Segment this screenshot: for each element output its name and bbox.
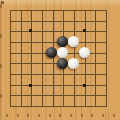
white-stone[interactable] [79, 47, 90, 58]
black-stone[interactable] [46, 47, 57, 58]
star-point [83, 29, 86, 32]
star-point [29, 29, 32, 32]
go-board[interactable] [0, 0, 120, 120]
black-stone[interactable] [57, 36, 68, 47]
star-point [29, 84, 32, 87]
board-corner-notch [1, 1, 4, 4]
white-stone[interactable] [68, 36, 79, 47]
white-stone[interactable] [57, 47, 68, 58]
board-edge-texture-left [0, 4, 2, 112]
board-cells [5, 5, 112, 112]
star-point [83, 84, 86, 87]
board-edge-texture-bottom [6, 114, 118, 117]
white-stone[interactable] [68, 58, 79, 69]
black-stone[interactable] [57, 58, 68, 69]
